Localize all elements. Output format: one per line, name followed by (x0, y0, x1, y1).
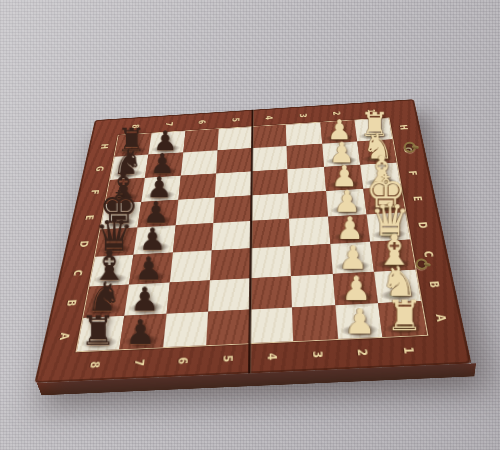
black-pawn: ♟ (126, 317, 157, 348)
square-g6 (180, 150, 217, 175)
square-g3 (287, 144, 324, 169)
rank-label: 1 (392, 332, 425, 370)
square-b5 (208, 278, 250, 312)
square-c5 (210, 248, 251, 280)
square-b6 (166, 280, 210, 314)
square-d4 (251, 219, 290, 249)
rank-label: 4 (258, 338, 285, 376)
square-b3 (291, 274, 335, 308)
square-d5 (211, 221, 251, 251)
black-rook: ♜ (80, 313, 117, 350)
rank-label: 5 (213, 340, 241, 378)
square-f4 (251, 169, 288, 195)
photo-canvas: 87654321 87654321 HGFEDCBA HGFEDCBA ♜♟♟♜… (0, 0, 500, 450)
white-pawn: ♟ (344, 306, 375, 337)
square-a4 (249, 307, 293, 343)
rank-label: 3 (302, 336, 331, 374)
square-d6 (172, 223, 213, 253)
rank-label: 6 (168, 342, 197, 380)
rank-label: 7 (123, 344, 154, 381)
square-a7: ♟ (120, 314, 167, 350)
square-a2: ♟ (335, 303, 382, 339)
square-a8: ♜ (77, 316, 125, 352)
square-e6 (175, 197, 214, 225)
square-g4 (252, 146, 288, 171)
square-a5 (206, 309, 250, 345)
white-pawn: ♟ (338, 243, 367, 272)
square-c4 (250, 246, 291, 278)
square-a6 (163, 311, 208, 347)
black-pawn: ♟ (131, 284, 161, 314)
rank-label: 8 (78, 346, 110, 383)
black-pawn: ♟ (135, 254, 164, 283)
square-e5 (213, 195, 251, 223)
white-rook: ♜ (386, 297, 423, 335)
rank-label: 2 (347, 334, 378, 372)
brass-clasp-icon (415, 256, 432, 269)
white-pawn: ♟ (341, 273, 371, 303)
square-e4 (251, 193, 289, 221)
square-f3 (288, 167, 326, 193)
square-b4 (250, 276, 292, 310)
square-g5 (216, 148, 252, 173)
square-f5 (215, 171, 252, 197)
square-c6 (169, 251, 211, 282)
square-a1: ♜ (378, 301, 427, 337)
square-h3 (286, 122, 322, 146)
square-b2: ♟ (332, 271, 377, 305)
square-h5 (217, 127, 252, 151)
square-b7: ♟ (125, 282, 170, 315)
square-e3 (288, 191, 327, 219)
square-c3 (290, 244, 332, 276)
square-h6 (183, 129, 219, 153)
square-a3 (292, 305, 337, 341)
brass-clasp-icon (403, 140, 420, 152)
square-h4 (252, 125, 287, 149)
square-d3 (289, 217, 330, 247)
square-f6 (178, 173, 216, 199)
